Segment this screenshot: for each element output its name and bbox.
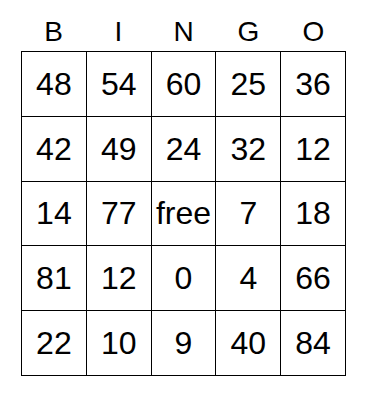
cell-r1-c3[interactable]: 32: [216, 117, 281, 182]
cell-r2-c0[interactable]: 14: [22, 182, 87, 247]
cell-r1-c1[interactable]: 49: [87, 117, 152, 182]
column-header-i: I: [86, 18, 151, 51]
column-header-o: O: [281, 18, 346, 51]
cell-r3-c1[interactable]: 12: [87, 246, 152, 311]
column-header-g: G: [216, 18, 281, 51]
bingo-grid: 48 54 60 25 36 42 49 24 32 12 14 77 free…: [21, 51, 346, 376]
cell-r0-c4[interactable]: 36: [281, 52, 346, 117]
cell-r2-c3[interactable]: 7: [216, 182, 281, 247]
cell-r3-c3[interactable]: 4: [216, 246, 281, 311]
bingo-header-row: B I N G O: [21, 0, 346, 51]
column-header-n: N: [151, 18, 216, 51]
cell-r0-c0[interactable]: 48: [22, 52, 87, 117]
cell-r2-c1[interactable]: 77: [87, 182, 152, 247]
cell-r1-c2[interactable]: 24: [152, 117, 217, 182]
cell-r3-c4[interactable]: 66: [281, 246, 346, 311]
cell-r0-c1[interactable]: 54: [87, 52, 152, 117]
cell-r4-c4[interactable]: 84: [281, 311, 346, 376]
free-cell[interactable]: free: [152, 182, 217, 247]
cell-r4-c0[interactable]: 22: [22, 311, 87, 376]
cell-r3-c2[interactable]: 0: [152, 246, 217, 311]
column-header-b: B: [21, 18, 86, 51]
cell-r4-c1[interactable]: 10: [87, 311, 152, 376]
cell-r1-c0[interactable]: 42: [22, 117, 87, 182]
cell-r1-c4[interactable]: 12: [281, 117, 346, 182]
cell-r0-c3[interactable]: 25: [216, 52, 281, 117]
cell-r4-c2[interactable]: 9: [152, 311, 217, 376]
cell-r4-c3[interactable]: 40: [216, 311, 281, 376]
cell-r3-c0[interactable]: 81: [22, 246, 87, 311]
cell-r0-c2[interactable]: 60: [152, 52, 217, 117]
cell-r2-c4[interactable]: 18: [281, 182, 346, 247]
bingo-card: B I N G O 48 54 60 25 36 42 49 24 32 12 …: [0, 0, 368, 400]
